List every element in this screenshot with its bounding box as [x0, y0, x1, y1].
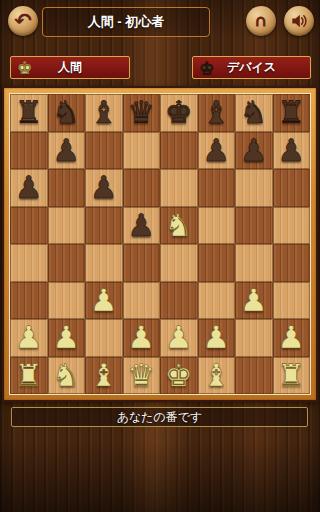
chess-board: ♜♞♝♛♚♝♞♜♟♟♟♟♟♟♟♞♟♟♟♟♟♟♟♟♜♞♝♛♚♝♜ — [2, 86, 318, 402]
player-bar-device: ♚ デバイス — [192, 56, 311, 79]
square-b7[interactable]: ♟ — [48, 132, 86, 170]
square-f5[interactable] — [198, 207, 236, 245]
square-b4[interactable] — [48, 244, 86, 282]
square-f7[interactable]: ♟ — [198, 132, 236, 170]
square-b6[interactable] — [48, 169, 86, 207]
square-h4[interactable] — [273, 244, 311, 282]
square-a5[interactable] — [10, 207, 48, 245]
white-knight: ♞ — [48, 357, 86, 395]
black-rook: ♜ — [273, 94, 311, 132]
white-pawn: ♟ — [198, 319, 236, 357]
square-d6[interactable] — [123, 169, 161, 207]
square-e3[interactable] — [160, 282, 198, 320]
redo-arc-icon: ∩ — [255, 11, 267, 31]
square-h5[interactable] — [273, 207, 311, 245]
white-king: ♚ — [160, 357, 198, 395]
square-c6[interactable]: ♟ — [85, 169, 123, 207]
status-bar: あなたの番です — [11, 407, 308, 427]
square-h1[interactable]: ♜ — [273, 357, 311, 395]
black-queen: ♛ — [123, 94, 161, 132]
board-frame: ♜♞♝♛♚♝♞♜♟♟♟♟♟♟♟♞♟♟♟♟♟♟♟♟♜♞♝♛♚♝♜ — [4, 88, 316, 400]
sound-button[interactable] — [284, 6, 314, 36]
square-f3[interactable] — [198, 282, 236, 320]
square-a7[interactable] — [10, 132, 48, 170]
square-d1[interactable]: ♛ — [123, 357, 161, 395]
square-g4[interactable] — [235, 244, 273, 282]
square-c8[interactable]: ♝ — [85, 94, 123, 132]
square-c4[interactable] — [85, 244, 123, 282]
square-h8[interactable]: ♜ — [273, 94, 311, 132]
square-e6[interactable] — [160, 169, 198, 207]
square-d3[interactable] — [123, 282, 161, 320]
square-b3[interactable] — [48, 282, 86, 320]
square-e1[interactable]: ♚ — [160, 357, 198, 395]
black-pawn: ♟ — [123, 207, 161, 245]
square-c5[interactable] — [85, 207, 123, 245]
white-pawn: ♟ — [123, 319, 161, 357]
black-pawn: ♟ — [85, 169, 123, 207]
square-f4[interactable] — [198, 244, 236, 282]
black-knight: ♞ — [235, 94, 273, 132]
white-pawn: ♟ — [10, 319, 48, 357]
white-pawn: ♟ — [273, 319, 311, 357]
square-e8[interactable]: ♚ — [160, 94, 198, 132]
white-bishop: ♝ — [198, 357, 236, 395]
redo-button[interactable]: ∩ — [246, 6, 276, 36]
square-a1[interactable]: ♜ — [10, 357, 48, 395]
status-message: あなたの番です — [117, 409, 203, 426]
square-f6[interactable] — [198, 169, 236, 207]
black-knight: ♞ — [48, 94, 86, 132]
square-a4[interactable] — [10, 244, 48, 282]
square-c2[interactable] — [85, 319, 123, 357]
square-g3[interactable]: ♟ — [235, 282, 273, 320]
square-c7[interactable] — [85, 132, 123, 170]
square-h7[interactable]: ♟ — [273, 132, 311, 170]
square-d5[interactable]: ♟ — [123, 207, 161, 245]
square-f8[interactable]: ♝ — [198, 94, 236, 132]
square-e7[interactable] — [160, 132, 198, 170]
black-king: ♚ — [160, 94, 198, 132]
black-king-icon: ♚ — [199, 58, 214, 78]
white-pawn: ♟ — [85, 282, 123, 320]
square-h6[interactable] — [273, 169, 311, 207]
square-h2[interactable]: ♟ — [273, 319, 311, 357]
app-screen: ↶ 人間 - 初心者 ∩ ♚ 人間 ♚ デバイス ♜♞♝♛♚♝♞♜♟♟♟♟♟♟♟… — [0, 0, 320, 512]
square-a2[interactable]: ♟ — [10, 319, 48, 357]
white-queen: ♛ — [123, 357, 161, 395]
board-inner: ♜♞♝♛♚♝♞♜♟♟♟♟♟♟♟♞♟♟♟♟♟♟♟♟♜♞♝♛♚♝♜ — [9, 93, 311, 395]
speaker-icon — [289, 11, 309, 31]
square-g6[interactable] — [235, 169, 273, 207]
square-g8[interactable]: ♞ — [235, 94, 273, 132]
square-e4[interactable] — [160, 244, 198, 282]
square-d4[interactable] — [123, 244, 161, 282]
black-pawn: ♟ — [235, 132, 273, 170]
white-rook: ♜ — [273, 357, 311, 395]
white-knight: ♞ — [160, 207, 198, 245]
square-b2[interactable]: ♟ — [48, 319, 86, 357]
black-pawn: ♟ — [48, 132, 86, 170]
square-b8[interactable]: ♞ — [48, 94, 86, 132]
undo-arrow-icon: ↶ — [14, 9, 32, 33]
square-g2[interactable] — [235, 319, 273, 357]
square-g1[interactable] — [235, 357, 273, 395]
black-bishop: ♝ — [198, 94, 236, 132]
black-rook: ♜ — [10, 94, 48, 132]
square-b1[interactable]: ♞ — [48, 357, 86, 395]
white-bishop: ♝ — [85, 357, 123, 395]
square-c1[interactable]: ♝ — [85, 357, 123, 395]
square-e5[interactable]: ♞ — [160, 207, 198, 245]
square-g7[interactable]: ♟ — [235, 132, 273, 170]
square-h3[interactable] — [273, 282, 311, 320]
black-pawn: ♟ — [198, 132, 236, 170]
white-pawn: ♟ — [235, 282, 273, 320]
square-d8[interactable]: ♛ — [123, 94, 161, 132]
square-d7[interactable] — [123, 132, 161, 170]
player-bar-human: ♚ 人間 — [10, 56, 130, 79]
white-pawn: ♟ — [160, 319, 198, 357]
square-f2[interactable]: ♟ — [198, 319, 236, 357]
square-d2[interactable]: ♟ — [123, 319, 161, 357]
square-c3[interactable]: ♟ — [85, 282, 123, 320]
black-pawn: ♟ — [10, 169, 48, 207]
square-f1[interactable]: ♝ — [198, 357, 236, 395]
black-pawn: ♟ — [273, 132, 311, 170]
back-button[interactable]: ↶ — [8, 6, 38, 36]
white-pawn: ♟ — [48, 319, 86, 357]
square-g5[interactable] — [235, 207, 273, 245]
black-bishop: ♝ — [85, 94, 123, 132]
board-grid: ♜♞♝♛♚♝♞♜♟♟♟♟♟♟♟♞♟♟♟♟♟♟♟♟♜♞♝♛♚♝♜ — [10, 94, 310, 394]
white-rook: ♜ — [10, 357, 48, 395]
game-title: 人間 - 初心者 — [88, 13, 165, 31]
game-title-box: 人間 - 初心者 — [42, 7, 210, 37]
square-a3[interactable] — [10, 282, 48, 320]
square-a6[interactable]: ♟ — [10, 169, 48, 207]
square-b5[interactable] — [48, 207, 86, 245]
square-a8[interactable]: ♜ — [10, 94, 48, 132]
square-e2[interactable]: ♟ — [160, 319, 198, 357]
white-king-icon: ♚ — [17, 58, 32, 78]
